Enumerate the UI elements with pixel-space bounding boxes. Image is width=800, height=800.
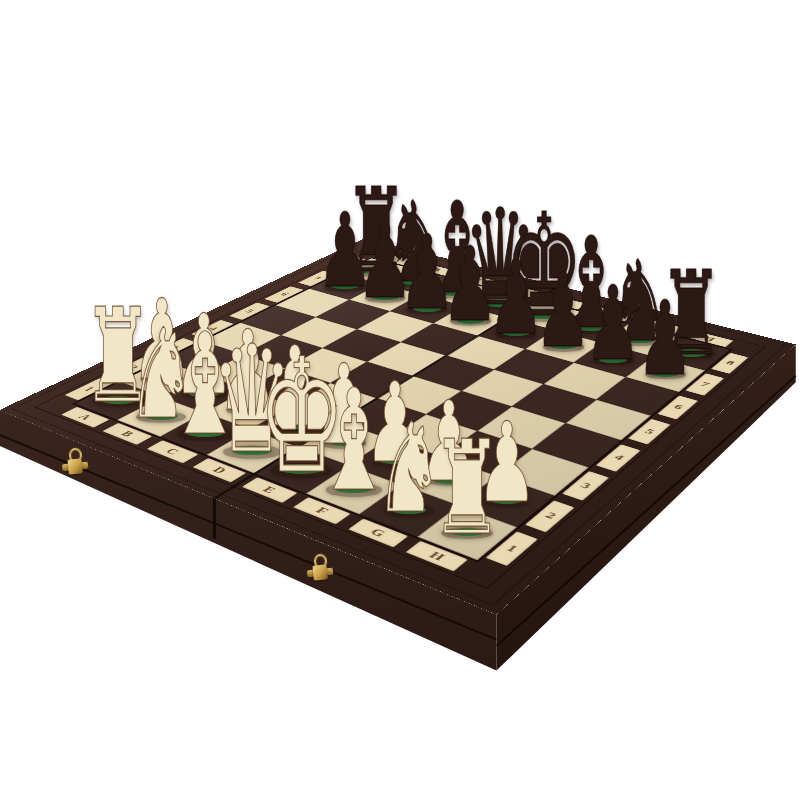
piece-black-pawn-h7[interactable]: ♟ bbox=[637, 288, 694, 390]
fold-seam-side bbox=[213, 498, 216, 539]
piece-white-rook-h1[interactable]: ♜ bbox=[431, 423, 503, 553]
brass-clasp-front bbox=[309, 555, 332, 587]
brass-clasp-left bbox=[64, 449, 87, 481]
clasp-body bbox=[68, 458, 83, 474]
piece-black-pawn-g7[interactable]: ♟ bbox=[585, 273, 642, 375]
piece-black-pawn-f7[interactable]: ♟ bbox=[535, 260, 592, 362]
clasp-body bbox=[313, 564, 328, 580]
chess-set-photo: AA88BB77CC66DD55EE44FF33GG22HH11 ♜♞♝♛♚♝♞… bbox=[0, 0, 800, 800]
